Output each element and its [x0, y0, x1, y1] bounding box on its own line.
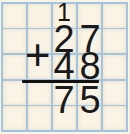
grid-cell — [3, 81, 26, 105]
sum-tens-digit: 7 — [51, 83, 77, 116]
grid-cell — [3, 106, 26, 130]
grid-cell — [28, 106, 51, 130]
addend-bottom-tens-digit: 4 — [51, 49, 77, 82]
grid-cell — [103, 106, 126, 130]
sum-ones-digit: 5 — [77, 83, 103, 116]
grid-cell — [3, 55, 26, 79]
grid-cell — [28, 81, 51, 105]
grid-cell — [3, 4, 26, 28]
grid-cell — [3, 29, 26, 53]
sum-row: 7 5 — [51, 83, 103, 116]
grid-cell — [103, 55, 126, 79]
arithmetic-worksheet: 1 2 7 + 4 8 7 5 — [0, 0, 130, 134]
grid-cell — [103, 81, 126, 105]
plus-operator: + — [25, 41, 50, 68]
grid-cell — [103, 4, 126, 28]
grid-cell — [28, 4, 51, 28]
addend-bottom-ones-digit: 8 — [77, 49, 103, 82]
addend-bottom-row: 4 8 — [51, 49, 103, 82]
grid-cell — [103, 29, 126, 53]
